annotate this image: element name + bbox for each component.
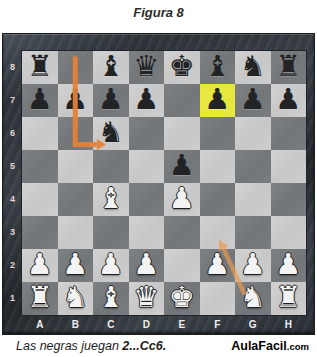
rank-label-4: 4 bbox=[3, 183, 22, 216]
brand-aulafacil: AulaFacil.com bbox=[231, 336, 309, 354]
square-f6 bbox=[200, 117, 236, 150]
piece-wp-e4: ♟ bbox=[169, 184, 195, 215]
piece-bp-g7: ♟ bbox=[240, 85, 266, 116]
square-h8: ♜ bbox=[271, 51, 307, 84]
square-e8: ♚ bbox=[164, 51, 200, 84]
piece-wp-a2: ♟ bbox=[27, 250, 53, 281]
square-g8: ♞ bbox=[235, 51, 271, 84]
square-g7: ♟ bbox=[235, 84, 271, 117]
piece-bq-d8: ♛ bbox=[133, 52, 159, 83]
square-c5 bbox=[93, 150, 129, 183]
square-d6 bbox=[129, 117, 165, 150]
piece-wn-g1: ♞ bbox=[240, 283, 266, 314]
square-a2: ♟ bbox=[22, 249, 58, 282]
piece-wb-c4: ♝ bbox=[98, 184, 124, 215]
square-f7: ♟ bbox=[200, 84, 236, 117]
caption-text: Las negras juegan bbox=[16, 339, 122, 353]
square-b3 bbox=[58, 216, 94, 249]
piece-wp-h2: ♟ bbox=[275, 250, 301, 281]
square-b5 bbox=[58, 150, 94, 183]
file-label-h: H bbox=[271, 317, 307, 334]
square-e1: ♚ bbox=[164, 282, 200, 315]
square-a1: ♜ bbox=[22, 282, 58, 315]
piece-bn-g8: ♞ bbox=[240, 52, 266, 83]
square-d8: ♛ bbox=[129, 51, 165, 84]
piece-wn-b1: ♞ bbox=[62, 283, 88, 314]
square-b7: ♟ bbox=[58, 84, 94, 117]
square-g5 bbox=[235, 150, 271, 183]
piece-wp-f2: ♟ bbox=[204, 250, 230, 281]
square-c2: ♟ bbox=[93, 249, 129, 282]
square-h5 bbox=[271, 150, 307, 183]
square-h6 bbox=[271, 117, 307, 150]
square-c4: ♝ bbox=[93, 183, 129, 216]
rank-label-5: 5 bbox=[3, 150, 22, 183]
square-b2: ♟ bbox=[58, 249, 94, 282]
board-squares: ♜♝♛♚♝♞♜♟♟♟♟♟♟♟♞♟♝♟♟♟♟♟♟♟♟♜♞♝♛♚♞♜ bbox=[22, 51, 306, 315]
piece-wp-b2: ♟ bbox=[62, 250, 88, 281]
square-b4 bbox=[58, 183, 94, 216]
square-g3 bbox=[235, 216, 271, 249]
piece-bp-h7: ♟ bbox=[275, 85, 301, 116]
piece-wb-c1: ♝ bbox=[98, 283, 124, 314]
square-h2: ♟ bbox=[271, 249, 307, 282]
square-c8: ♝ bbox=[93, 51, 129, 84]
piece-bn-c6: ♞ bbox=[98, 118, 124, 149]
square-b6 bbox=[58, 117, 94, 150]
piece-bb-c8: ♝ bbox=[98, 52, 124, 83]
square-e2 bbox=[164, 249, 200, 282]
square-f4 bbox=[200, 183, 236, 216]
square-c1: ♝ bbox=[93, 282, 129, 315]
figure-title: Figura 8 bbox=[0, 0, 317, 21]
square-a4 bbox=[22, 183, 58, 216]
square-e7 bbox=[164, 84, 200, 117]
square-f5 bbox=[200, 150, 236, 183]
figure-caption: Las negras juegan 2...Cc6. bbox=[16, 339, 166, 353]
piece-bp-e5: ♟ bbox=[169, 151, 195, 182]
square-c7: ♟ bbox=[93, 84, 129, 117]
piece-bp-a7: ♟ bbox=[27, 85, 53, 116]
piece-wr-a1: ♜ bbox=[27, 283, 53, 314]
file-label-f: F bbox=[200, 317, 236, 334]
figure-footer: Las negras juegan 2...Cc6. AulaFacil.com bbox=[0, 336, 317, 354]
square-e3 bbox=[164, 216, 200, 249]
piece-wp-d2: ♟ bbox=[133, 250, 159, 281]
piece-bp-d7: ♟ bbox=[133, 85, 159, 116]
square-e4: ♟ bbox=[164, 183, 200, 216]
square-d1: ♛ bbox=[129, 282, 165, 315]
piece-wq-d1: ♛ bbox=[133, 283, 159, 314]
caption-move: 2...Cc6. bbox=[122, 339, 166, 353]
rank-label-6: 6 bbox=[3, 117, 22, 150]
square-b8 bbox=[58, 51, 94, 84]
square-a5 bbox=[22, 150, 58, 183]
chess-board: 87654321 ABCDEFGH ♜♝♛♚♝♞♜♟♟♟♟♟♟♟♞♟♝♟♟♟♟♟… bbox=[2, 33, 315, 335]
square-a8: ♜ bbox=[22, 51, 58, 84]
square-d7: ♟ bbox=[129, 84, 165, 117]
rank-label-8: 8 bbox=[3, 51, 22, 84]
piece-wk-e1: ♚ bbox=[169, 283, 195, 314]
rank-label-3: 3 bbox=[3, 216, 22, 249]
piece-bp-b7: ♟ bbox=[62, 85, 88, 116]
square-h4 bbox=[271, 183, 307, 216]
square-h3 bbox=[271, 216, 307, 249]
square-g1: ♞ bbox=[235, 282, 271, 315]
square-e5: ♟ bbox=[164, 150, 200, 183]
piece-bb-f8: ♝ bbox=[204, 52, 230, 83]
rank-label-2: 2 bbox=[3, 249, 22, 282]
square-a6 bbox=[22, 117, 58, 150]
brand-tld: .com bbox=[287, 341, 309, 352]
square-c6: ♞ bbox=[93, 117, 129, 150]
square-g6 bbox=[235, 117, 271, 150]
piece-br-a8: ♜ bbox=[27, 52, 53, 83]
square-h1: ♜ bbox=[271, 282, 307, 315]
file-label-c: C bbox=[93, 317, 129, 334]
piece-bp-c7: ♟ bbox=[98, 85, 124, 116]
square-a7: ♟ bbox=[22, 84, 58, 117]
square-f2: ♟ bbox=[200, 249, 236, 282]
square-e6 bbox=[164, 117, 200, 150]
square-g2: ♟ bbox=[235, 249, 271, 282]
piece-br-h8: ♜ bbox=[275, 52, 301, 83]
square-b1: ♞ bbox=[58, 282, 94, 315]
file-label-a: A bbox=[22, 317, 58, 334]
file-label-g: G bbox=[235, 317, 271, 334]
square-h7: ♟ bbox=[271, 84, 307, 117]
piece-wr-h1: ♜ bbox=[275, 283, 301, 314]
square-d4 bbox=[129, 183, 165, 216]
square-c3 bbox=[93, 216, 129, 249]
piece-wp-g2: ♟ bbox=[240, 250, 266, 281]
rank-label-1: 1 bbox=[3, 282, 22, 315]
file-label-d: D bbox=[129, 317, 165, 334]
brand-name: AulaFacil bbox=[231, 339, 287, 353]
square-f1 bbox=[200, 282, 236, 315]
square-f8: ♝ bbox=[200, 51, 236, 84]
square-a3 bbox=[22, 216, 58, 249]
square-f3 bbox=[200, 216, 236, 249]
square-g4 bbox=[235, 183, 271, 216]
piece-wp-c2: ♟ bbox=[98, 250, 124, 281]
file-label-e: E bbox=[164, 317, 200, 334]
piece-bp-f7: ♟ bbox=[204, 85, 230, 116]
piece-bk-e8: ♚ bbox=[169, 52, 195, 83]
file-label-b: B bbox=[58, 317, 94, 334]
square-d3 bbox=[129, 216, 165, 249]
square-d5 bbox=[129, 150, 165, 183]
rank-label-7: 7 bbox=[3, 84, 22, 117]
square-d2: ♟ bbox=[129, 249, 165, 282]
